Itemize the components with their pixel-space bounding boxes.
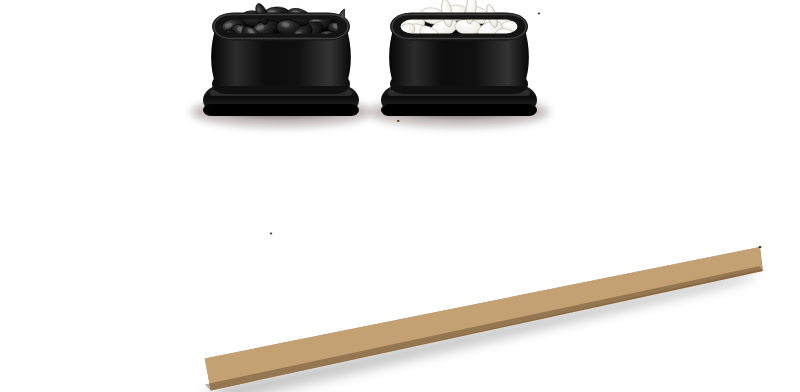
played-stones (398, 135, 761, 249)
black-stone-bowl (203, 2, 359, 116)
grid-row-line (563, 0, 760, 247)
white-stone-bowl (381, 0, 537, 116)
board-bottom-edge-shade (205, 266, 763, 390)
hoshi-point (270, 233, 272, 235)
grid-column-line (563, 0, 760, 247)
goban-scene-canvas (0, 0, 800, 392)
hoshi-point (538, 13, 540, 15)
bowl-lid-bottom-edge (203, 104, 359, 116)
board-side-faces (205, 247, 763, 390)
bowl-lid-bottom-edge (381, 104, 537, 116)
hoshi-point (759, 246, 761, 248)
go-set-photo (0, 0, 800, 392)
